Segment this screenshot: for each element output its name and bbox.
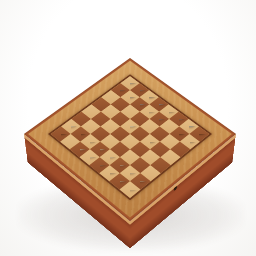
scene: ♜♞♝♛♚♝♞♜♟♟♟♟♟♟♟♞♟♟♟♟♟♟♟♟♟♜♝♛♚♝♞♜ (0, 0, 256, 256)
square-a1[interactable]: ♜ (51, 126, 71, 141)
red-knight-glyph: ♞ (123, 99, 138, 126)
square-h7[interactable]: ♟ (180, 134, 200, 149)
square-d5[interactable]: ♞ (120, 119, 140, 134)
red-rook-glyph: ♜ (51, 99, 70, 133)
grey-pawn-glyph: ♟ (143, 117, 156, 140)
square-h1[interactable]: ♜ (120, 181, 141, 198)
keyhole (174, 185, 177, 190)
red-rook-glyph: ♜ (120, 153, 140, 189)
grey-pawn-glyph: ♟ (183, 117, 196, 140)
